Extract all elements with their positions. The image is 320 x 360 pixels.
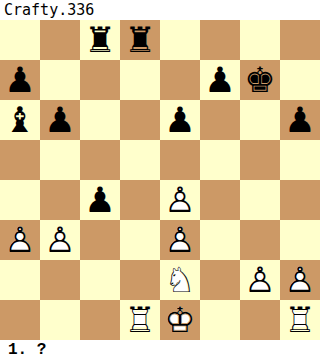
- black-pawn: ♟: [0, 60, 40, 100]
- square-e7[interactable]: [160, 60, 200, 100]
- black-bishop-glyph: ♝: [0, 100, 40, 140]
- black-pawn: ♟: [160, 100, 200, 140]
- white-pawn-outline: ♙: [280, 260, 320, 300]
- square-c4[interactable]: ♟: [80, 180, 120, 220]
- black-pawn-glyph: ♟: [80, 180, 120, 220]
- white-king: ♚♔: [160, 300, 200, 340]
- square-b7[interactable]: [40, 60, 80, 100]
- square-g1[interactable]: [240, 300, 280, 340]
- square-d1[interactable]: ♜♖: [120, 300, 160, 340]
- black-pawn: ♟: [280, 100, 320, 140]
- white-rook-outline: ♖: [120, 300, 160, 340]
- white-rook: ♜♖: [120, 300, 160, 340]
- square-c6[interactable]: [80, 100, 120, 140]
- square-d5[interactable]: [120, 140, 160, 180]
- white-pawn: ♟♙: [160, 220, 200, 260]
- square-f3[interactable]: [200, 220, 240, 260]
- square-e5[interactable]: [160, 140, 200, 180]
- square-a3[interactable]: ♟♙: [0, 220, 40, 260]
- black-king: ♚: [240, 60, 280, 100]
- square-f8[interactable]: [200, 20, 240, 60]
- white-pawn-outline: ♙: [160, 180, 200, 220]
- square-g8[interactable]: [240, 20, 280, 60]
- black-pawn-glyph: ♟: [280, 100, 320, 140]
- square-c1[interactable]: [80, 300, 120, 340]
- black-pawn-glyph: ♟: [0, 60, 40, 100]
- white-pawn-outline: ♙: [240, 260, 280, 300]
- square-b8[interactable]: [40, 20, 80, 60]
- white-pawn-outline: ♙: [0, 220, 40, 260]
- black-pawn-glyph: ♟: [160, 100, 200, 140]
- square-g6[interactable]: [240, 100, 280, 140]
- square-b4[interactable]: [40, 180, 80, 220]
- square-a4[interactable]: [0, 180, 40, 220]
- square-d6[interactable]: [120, 100, 160, 140]
- square-a2[interactable]: [0, 260, 40, 300]
- black-rook: ♜: [80, 20, 120, 60]
- white-rook-outline: ♖: [280, 300, 320, 340]
- square-h7[interactable]: [280, 60, 320, 100]
- square-e6[interactable]: ♟: [160, 100, 200, 140]
- square-h1[interactable]: ♜♖: [280, 300, 320, 340]
- black-bishop: ♝: [0, 100, 40, 140]
- square-e8[interactable]: [160, 20, 200, 60]
- white-pawn: ♟♙: [40, 220, 80, 260]
- black-pawn-glyph: ♟: [40, 100, 80, 140]
- square-a8[interactable]: [0, 20, 40, 60]
- white-pawn: ♟♙: [160, 180, 200, 220]
- square-g4[interactable]: [240, 180, 280, 220]
- white-knight: ♞♘: [160, 260, 200, 300]
- square-f7[interactable]: ♟: [200, 60, 240, 100]
- square-e4[interactable]: ♟♙: [160, 180, 200, 220]
- square-c5[interactable]: [80, 140, 120, 180]
- black-pawn-glyph: ♟: [200, 60, 240, 100]
- square-a1[interactable]: [0, 300, 40, 340]
- white-rook: ♜♖: [280, 300, 320, 340]
- square-f1[interactable]: [200, 300, 240, 340]
- square-a7[interactable]: ♟: [0, 60, 40, 100]
- square-e1[interactable]: ♚♔: [160, 300, 200, 340]
- square-d8[interactable]: ♜: [120, 20, 160, 60]
- black-rook-glyph: ♜: [120, 20, 160, 60]
- black-rook: ♜: [120, 20, 160, 60]
- square-a5[interactable]: [0, 140, 40, 180]
- black-pawn: ♟: [40, 100, 80, 140]
- black-pawn: ♟: [80, 180, 120, 220]
- square-c8[interactable]: ♜: [80, 20, 120, 60]
- square-h2[interactable]: ♟♙: [280, 260, 320, 300]
- square-h5[interactable]: [280, 140, 320, 180]
- square-h4[interactable]: [280, 180, 320, 220]
- position-title: Crafty.336: [0, 0, 320, 20]
- square-a6[interactable]: ♝: [0, 100, 40, 140]
- square-d3[interactable]: [120, 220, 160, 260]
- square-c2[interactable]: [80, 260, 120, 300]
- square-d7[interactable]: [120, 60, 160, 100]
- square-f5[interactable]: [200, 140, 240, 180]
- square-e2[interactable]: ♞♘: [160, 260, 200, 300]
- white-knight-outline: ♘: [160, 260, 200, 300]
- square-c7[interactable]: [80, 60, 120, 100]
- square-d4[interactable]: [120, 180, 160, 220]
- square-g3[interactable]: [240, 220, 280, 260]
- move-prompt: 1. ?: [0, 340, 320, 360]
- square-h8[interactable]: [280, 20, 320, 60]
- black-rook-glyph: ♜: [80, 20, 120, 60]
- square-b2[interactable]: [40, 260, 80, 300]
- square-g5[interactable]: [240, 140, 280, 180]
- square-b3[interactable]: ♟♙: [40, 220, 80, 260]
- white-king-outline: ♔: [160, 300, 200, 340]
- black-pawn: ♟: [200, 60, 240, 100]
- black-king-glyph: ♚: [240, 60, 280, 100]
- square-f6[interactable]: [200, 100, 240, 140]
- white-pawn-outline: ♙: [40, 220, 80, 260]
- white-pawn: ♟♙: [240, 260, 280, 300]
- square-b5[interactable]: [40, 140, 80, 180]
- square-f4[interactable]: [200, 180, 240, 220]
- chessboard-window: Crafty.336 ♜♜♟♟♚♝♟♟♟♟♟♙♟♙♟♙♟♙♞♘♟♙♟♙♜♖♚♔♜…: [0, 0, 320, 360]
- square-h6[interactable]: ♟: [280, 100, 320, 140]
- square-d2[interactable]: [120, 260, 160, 300]
- square-g2[interactable]: ♟♙: [240, 260, 280, 300]
- square-f2[interactable]: [200, 260, 240, 300]
- white-pawn: ♟♙: [280, 260, 320, 300]
- square-h3[interactable]: [280, 220, 320, 260]
- chess-board: ♜♜♟♟♚♝♟♟♟♟♟♙♟♙♟♙♟♙♞♘♟♙♟♙♜♖♚♔♜♖: [0, 20, 320, 340]
- square-g7[interactable]: ♚: [240, 60, 280, 100]
- square-e3[interactable]: ♟♙: [160, 220, 200, 260]
- white-pawn-outline: ♙: [160, 220, 200, 260]
- square-b6[interactable]: ♟: [40, 100, 80, 140]
- square-c3[interactable]: [80, 220, 120, 260]
- square-b1[interactable]: [40, 300, 80, 340]
- white-pawn: ♟♙: [0, 220, 40, 260]
